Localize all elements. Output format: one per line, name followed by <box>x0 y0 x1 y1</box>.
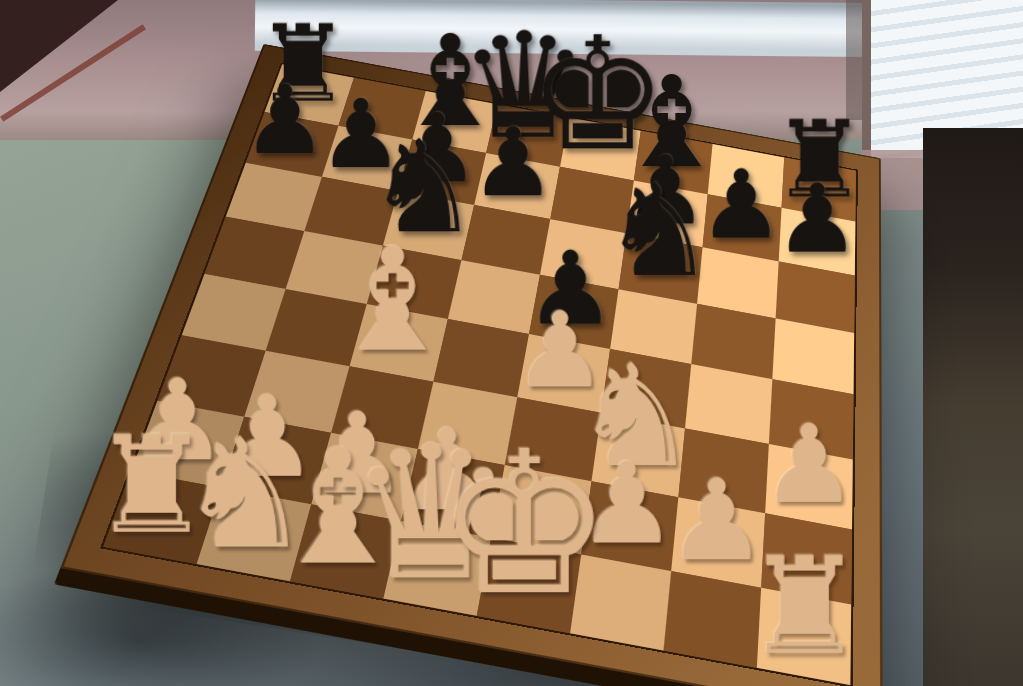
square-d3 <box>418 382 517 465</box>
square-e2 <box>491 465 591 554</box>
square-g1 <box>663 571 761 668</box>
square-e3 <box>505 397 601 481</box>
shadowed-table-right <box>923 128 1023 686</box>
square-e1: ♚ <box>477 538 581 633</box>
square-d1: ♛ <box>383 521 491 616</box>
square-c1: ♝ <box>290 504 401 598</box>
window-sill <box>255 0 896 57</box>
square-g3 <box>678 428 769 513</box>
square-h1: ♜ <box>757 588 851 685</box>
board-frame: ♜♝♛♚♝♜♟♟♟♟♟♟♟♞♞♟♝♟♞♟♟♟♟♟♟♟♜♞♝♛♚♜ <box>60 44 882 686</box>
square-a5 <box>205 216 305 288</box>
square-e5: ♟ <box>529 275 619 349</box>
square-f5 <box>610 289 697 364</box>
chess-board: ♜♝♛♚♝♜♟♟♟♟♟♟♟♞♞♟♝♟♞♟♟♟♟♟♟♟♜♞♝♛♚♜ <box>60 44 882 686</box>
square-f1 <box>570 554 671 650</box>
photo-scene: ♜♝♛♚♝♜♟♟♟♟♟♟♟♞♞♟♝♟♞♟♟♟♟♟♟♟♜♞♝♛♚♜ <box>0 0 1023 686</box>
square-f3: ♞ <box>592 413 685 497</box>
square-h4 <box>769 379 854 459</box>
board-grid: ♜♝♛♚♝♜♟♟♟♟♟♟♟♞♞♟♝♟♞♟♟♟♟♟♟♟♜♞♝♛♚♜ <box>103 64 856 685</box>
square-g4 <box>685 364 772 444</box>
square-f2: ♟ <box>581 481 678 571</box>
